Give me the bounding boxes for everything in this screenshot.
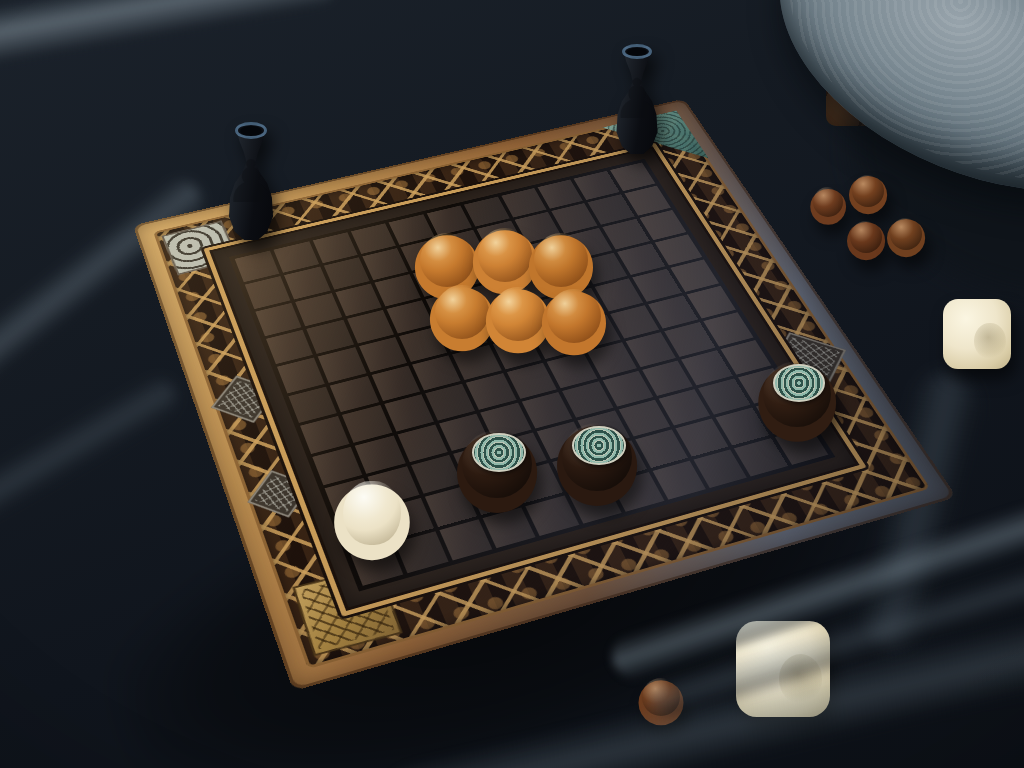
- piece-sheen: [813, 187, 843, 217]
- piece-sheen: [343, 481, 401, 545]
- dark-sphere-1[interactable]: ●: [462, 430, 532, 498]
- scene: ♟♟●●●●●●●●●●●●●●●: [0, 0, 1024, 768]
- ivory-piece-1[interactable]: ●: [343, 481, 401, 545]
- piece-sheen: [852, 175, 884, 207]
- ivory-die-1[interactable]: [943, 299, 1011, 369]
- brown-ball-3[interactable]: ●: [850, 221, 882, 253]
- piece-glyph: ♟: [612, 72, 661, 127]
- cell-r10c2[interactable]: [439, 519, 492, 561]
- piece-sheen: [642, 678, 680, 716]
- black-hourglass-1[interactable]: ♟: [222, 122, 280, 240]
- ivory-die-2[interactable]: [736, 621, 830, 717]
- piece-sheen: [763, 361, 831, 427]
- piece-sheen: [562, 423, 632, 491]
- fabric-fold-top-left: [0, 0, 342, 69]
- amber-ball-6[interactable]: ●: [547, 289, 601, 343]
- brown-ball-4[interactable]: ●: [890, 218, 922, 250]
- black-hourglass-1-mouth: [235, 122, 267, 139]
- dark-sphere-3[interactable]: ●: [763, 361, 831, 427]
- piece-glyph: ♟: [225, 152, 278, 211]
- dark-sphere-2[interactable]: ●: [562, 423, 632, 491]
- black-hourglass-2[interactable]: ♟: [610, 44, 664, 154]
- piece-sheen: [890, 218, 922, 250]
- fabric-fold-left-lower: [0, 370, 184, 531]
- brown-ball-5[interactable]: ●: [642, 678, 680, 716]
- piece-sheen: [547, 289, 601, 343]
- piece-sheen: [462, 430, 532, 498]
- piece-sheen: [850, 221, 882, 253]
- brown-ball-2[interactable]: ●: [852, 175, 884, 207]
- brown-ball-1[interactable]: ●: [813, 187, 843, 217]
